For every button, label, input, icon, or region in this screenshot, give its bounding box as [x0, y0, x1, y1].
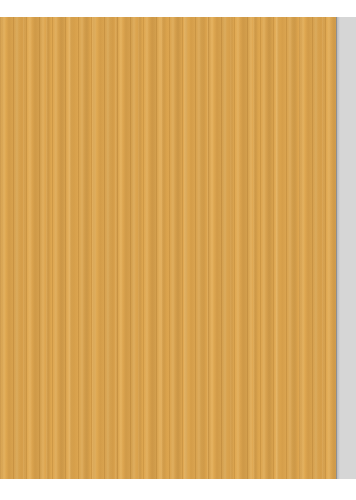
go-board[interactable] [0, 17, 336, 479]
coordinate-strip-right [336, 17, 356, 479]
coordinate-strip-bottom [0, 479, 356, 500]
go-diagram [0, 0, 356, 500]
coordinate-strip-top [0, 0, 356, 17]
